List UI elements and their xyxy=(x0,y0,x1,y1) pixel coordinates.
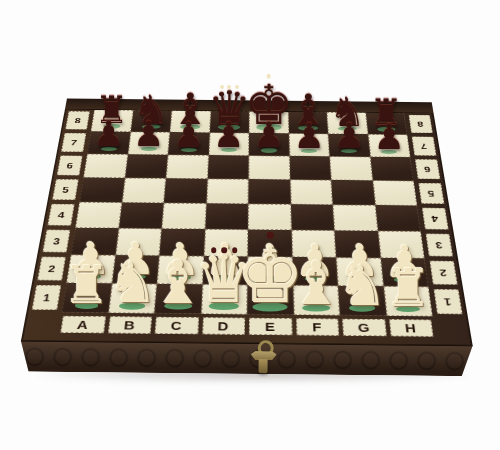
brass-clasp xyxy=(250,340,276,384)
square-d1[interactable] xyxy=(201,284,248,314)
square-g4[interactable] xyxy=(333,205,378,231)
rank-label-right-8: 8 xyxy=(409,115,433,133)
square-f4[interactable] xyxy=(290,204,334,230)
rank-label-left-4: 4 xyxy=(47,204,74,226)
rank-label-right-5: 5 xyxy=(418,183,444,204)
square-h4[interactable] xyxy=(375,205,421,231)
square-b4[interactable] xyxy=(118,202,163,228)
square-c8[interactable] xyxy=(170,111,211,133)
square-a8[interactable] xyxy=(91,110,133,132)
square-a7[interactable] xyxy=(87,131,130,154)
square-d8[interactable] xyxy=(209,111,249,133)
square-f3[interactable] xyxy=(291,230,336,257)
rank-label-left-6: 6 xyxy=(57,155,83,175)
square-h3[interactable] xyxy=(378,231,425,258)
square-c3[interactable] xyxy=(159,229,205,256)
rank-label-left-7: 7 xyxy=(61,133,86,152)
frame-corner-br xyxy=(433,316,473,346)
chess-box: 8877665544332211ABCDEFGH xyxy=(0,0,500,450)
chess-set-photo: 8877665544332211ABCDEFGH ♜♞♝♛♚♝♞♜♟♟♟♟♟♟♟… xyxy=(0,0,500,450)
file-label-h: H xyxy=(389,319,434,337)
rank-label-right-1: 1 xyxy=(434,289,463,314)
square-g5[interactable] xyxy=(331,180,375,205)
square-b2[interactable] xyxy=(112,255,160,284)
square-b3[interactable] xyxy=(115,228,162,255)
square-e1[interactable] xyxy=(247,285,293,315)
square-e5[interactable] xyxy=(248,179,290,204)
rank-label-right-4: 4 xyxy=(422,208,449,230)
square-c1[interactable] xyxy=(154,284,202,314)
square-h5[interactable] xyxy=(372,180,417,205)
square-d2[interactable] xyxy=(202,256,248,285)
square-g3[interactable] xyxy=(334,230,380,257)
rank-label-left-2: 2 xyxy=(37,257,66,281)
square-a3[interactable] xyxy=(71,228,119,255)
square-g8[interactable] xyxy=(327,112,368,134)
rank-label-right-2: 2 xyxy=(430,261,458,285)
file-label-e: E xyxy=(249,318,292,336)
square-b7[interactable] xyxy=(128,132,170,155)
square-h6[interactable] xyxy=(370,157,414,181)
frame-corner-bl xyxy=(21,312,62,342)
rank-label-right-3: 3 xyxy=(426,234,453,257)
file-label-g: G xyxy=(342,319,386,337)
square-e4[interactable] xyxy=(248,204,291,230)
square-e2[interactable] xyxy=(247,257,292,286)
square-d5[interactable] xyxy=(206,179,248,204)
square-f6[interactable] xyxy=(289,156,331,180)
square-g2[interactable] xyxy=(336,257,383,286)
square-h8[interactable] xyxy=(365,113,407,135)
square-a2[interactable] xyxy=(66,255,115,284)
file-label-f: F xyxy=(296,318,340,336)
square-d7[interactable] xyxy=(208,133,249,156)
square-b1[interactable] xyxy=(108,283,157,313)
square-c5[interactable] xyxy=(164,178,207,203)
square-g6[interactable] xyxy=(330,156,373,180)
square-c4[interactable] xyxy=(162,203,206,229)
square-f7[interactable] xyxy=(289,133,330,156)
square-a4[interactable] xyxy=(75,202,121,228)
square-a5[interactable] xyxy=(79,177,124,202)
square-d6[interactable] xyxy=(207,155,249,179)
square-e6[interactable] xyxy=(249,156,290,180)
square-a6[interactable] xyxy=(83,154,127,178)
square-c7[interactable] xyxy=(168,132,209,155)
chess-board-grid: 8877665544332211ABCDEFGH xyxy=(21,98,473,346)
rank-label-left-1: 1 xyxy=(32,285,61,310)
square-d4[interactable] xyxy=(205,203,248,229)
square-f1[interactable] xyxy=(293,285,340,315)
square-f5[interactable] xyxy=(290,180,333,205)
square-f8[interactable] xyxy=(288,112,328,134)
file-label-b: B xyxy=(107,316,152,334)
file-label-c: C xyxy=(155,317,199,335)
file-label-a: A xyxy=(60,316,105,334)
square-h7[interactable] xyxy=(368,134,411,157)
rank-label-right-7: 7 xyxy=(412,136,437,155)
square-g7[interactable] xyxy=(328,134,370,157)
file-label-d: D xyxy=(202,317,245,335)
clasp-tongue-icon xyxy=(259,359,268,373)
rank-label-left-3: 3 xyxy=(42,230,70,253)
square-c6[interactable] xyxy=(166,155,208,179)
square-b8[interactable] xyxy=(130,110,171,132)
square-h2[interactable] xyxy=(380,258,428,287)
square-d3[interactable] xyxy=(204,229,248,256)
box-front-face xyxy=(21,341,473,377)
square-f2[interactable] xyxy=(292,257,338,286)
rank-label-left-5: 5 xyxy=(52,179,78,200)
square-b6[interactable] xyxy=(125,154,168,178)
square-c2[interactable] xyxy=(157,256,204,285)
square-h1[interactable] xyxy=(383,286,432,316)
square-e7[interactable] xyxy=(249,133,289,156)
square-e3[interactable] xyxy=(248,230,292,257)
square-b5[interactable] xyxy=(122,178,166,203)
rank-label-right-6: 6 xyxy=(415,159,440,179)
square-g1[interactable] xyxy=(338,286,386,316)
square-e8[interactable] xyxy=(249,111,289,133)
square-a1[interactable] xyxy=(62,283,112,313)
rank-label-left-8: 8 xyxy=(65,111,90,129)
